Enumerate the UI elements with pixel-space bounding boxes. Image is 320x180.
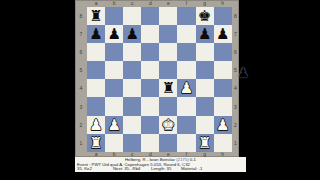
coord-rank-3: 3 xyxy=(75,97,87,115)
square-a3[interactable] xyxy=(87,97,105,115)
square-b2[interactable]: ♟ xyxy=(105,116,123,134)
piece-black-pawn[interactable]: ♟ xyxy=(216,25,229,43)
square-a5[interactable] xyxy=(87,61,105,79)
square-f5[interactable] xyxy=(177,61,195,79)
square-b7[interactable]: ♟ xyxy=(105,25,123,43)
square-h2[interactable]: ♟ xyxy=(214,116,232,134)
square-d7[interactable] xyxy=(141,25,159,43)
square-h1[interactable] xyxy=(214,134,232,152)
square-e2[interactable]: ♚ xyxy=(159,116,177,134)
square-e1[interactable] xyxy=(159,134,177,152)
square-e7[interactable] xyxy=(159,25,177,43)
piece-white-king[interactable]: ♚ xyxy=(162,116,175,134)
coord-rank-7: 7 xyxy=(232,25,239,43)
square-c8[interactable] xyxy=(123,7,141,25)
game-result: 0-1 xyxy=(190,157,196,162)
square-f2[interactable] xyxy=(177,116,195,134)
square-g3[interactable] xyxy=(196,97,214,115)
square-h6[interactable] xyxy=(214,43,232,61)
piece-black-rook[interactable]: ♜ xyxy=(162,79,175,97)
coord-rank-2: 2 xyxy=(232,116,239,134)
material-advantage-pawn-icon: ♟ xyxy=(237,65,249,81)
square-b4[interactable] xyxy=(105,79,123,97)
piece-black-pawn[interactable]: ♟ xyxy=(107,25,120,43)
square-f7[interactable] xyxy=(177,25,195,43)
square-g5[interactable] xyxy=(196,61,214,79)
chess-board: abcdefgh abcdefgh 87654321 87654321 ♜♚♟♟… xyxy=(75,0,239,157)
piece-black-pawn[interactable]: ♟ xyxy=(89,25,102,43)
square-h4[interactable] xyxy=(214,79,232,97)
coord-rank-4: 4 xyxy=(75,79,87,97)
coord-rank-3: 3 xyxy=(232,97,239,115)
square-g4[interactable] xyxy=(196,79,214,97)
square-c3[interactable] xyxy=(123,97,141,115)
square-c1[interactable] xyxy=(123,134,141,152)
square-h3[interactable] xyxy=(214,97,232,115)
piece-white-rook[interactable]: ♜ xyxy=(198,134,211,152)
material-balance: Material: -1 xyxy=(181,167,203,172)
piece-black-rook[interactable]: ♜ xyxy=(89,7,102,25)
coord-rank-4: 4 xyxy=(232,79,239,97)
coord-rank-8: 8 xyxy=(232,7,239,25)
square-a6[interactable] xyxy=(87,43,105,61)
square-g1[interactable]: ♜ xyxy=(196,134,214,152)
square-a1[interactable]: ♜ xyxy=(87,134,105,152)
square-f8[interactable] xyxy=(177,7,195,25)
coord-rank-6: 6 xyxy=(232,43,239,61)
square-e3[interactable] xyxy=(159,97,177,115)
square-h7[interactable]: ♟ xyxy=(214,25,232,43)
square-d2[interactable] xyxy=(141,116,159,134)
piece-white-pawn[interactable]: ♟ xyxy=(216,116,229,134)
square-g6[interactable] xyxy=(196,43,214,61)
square-d5[interactable] xyxy=(141,61,159,79)
square-d4[interactable] xyxy=(141,79,159,97)
next-move: Next: 35...Rb4 xyxy=(113,167,140,172)
square-b3[interactable] xyxy=(105,97,123,115)
coord-file-f: f xyxy=(177,0,195,7)
square-a4[interactable] xyxy=(87,79,105,97)
square-b8[interactable] xyxy=(105,7,123,25)
square-f1[interactable] xyxy=(177,134,195,152)
board-squares: ♜♚♟♟♟♟♟♜♟♟♟♚♟♜♜ xyxy=(87,7,232,152)
square-d3[interactable] xyxy=(141,97,159,115)
coord-file-d: d xyxy=(141,0,159,7)
square-d8[interactable] xyxy=(141,7,159,25)
piece-black-pawn[interactable]: ♟ xyxy=(198,25,211,43)
square-a8[interactable]: ♜ xyxy=(87,7,105,25)
square-c5[interactable] xyxy=(123,61,141,79)
coord-rank-5: 5 xyxy=(75,61,87,79)
square-g2[interactable] xyxy=(196,116,214,134)
square-c6[interactable] xyxy=(123,43,141,61)
piece-black-pawn[interactable]: ♟ xyxy=(126,25,139,43)
coord-file-c: c xyxy=(123,0,141,7)
square-g8[interactable]: ♚ xyxy=(196,7,214,25)
square-g7[interactable]: ♟ xyxy=(196,25,214,43)
file-labels-top: abcdefgh xyxy=(87,0,232,7)
rank-labels-left: 87654321 xyxy=(75,7,87,152)
coord-rank-1: 1 xyxy=(75,134,87,152)
square-h5[interactable] xyxy=(214,61,232,79)
coord-file-b: b xyxy=(105,0,123,7)
square-h8[interactable] xyxy=(214,7,232,25)
square-c2[interactable] xyxy=(123,116,141,134)
video-frame: abcdefgh abcdefgh 87654321 87654321 ♜♚♟♟… xyxy=(0,0,320,180)
piece-white-pawn[interactable]: ♟ xyxy=(89,116,102,134)
coord-rank-7: 7 xyxy=(75,25,87,43)
square-f6[interactable] xyxy=(177,43,195,61)
coord-file-a: a xyxy=(87,0,105,7)
square-f3[interactable] xyxy=(177,97,195,115)
square-f4[interactable]: ♟ xyxy=(177,79,195,97)
game-info-panel: Helberg, R - Iwan Borislav (2175) 0-1 Ev… xyxy=(75,157,246,172)
piece-white-pawn[interactable]: ♟ xyxy=(107,116,120,134)
square-a7[interactable]: ♟ xyxy=(87,25,105,43)
square-e6[interactable] xyxy=(159,43,177,61)
coord-rank-8: 8 xyxy=(75,7,87,25)
square-b5[interactable] xyxy=(105,61,123,79)
current-move: 35. Ke2 xyxy=(77,167,92,172)
coord-rank-1: 1 xyxy=(232,134,239,152)
piece-white-rook[interactable]: ♜ xyxy=(89,134,102,152)
square-c7[interactable]: ♟ xyxy=(123,25,141,43)
coord-rank-6: 6 xyxy=(75,43,87,61)
move-info-line: 35. Ke2 Next: 35...Rb4 Length: 35 Materi… xyxy=(75,167,246,172)
coord-file-g: g xyxy=(196,0,214,7)
square-b6[interactable] xyxy=(105,43,123,61)
game-length: Length: 35 xyxy=(151,167,171,172)
piece-white-pawn[interactable]: ♟ xyxy=(180,79,193,97)
coord-file-h: h xyxy=(214,0,232,7)
piece-black-king[interactable]: ♚ xyxy=(198,7,211,25)
square-a2[interactable]: ♟ xyxy=(87,116,105,134)
square-d6[interactable] xyxy=(141,43,159,61)
square-e4[interactable]: ♜ xyxy=(159,79,177,97)
square-e8[interactable] xyxy=(159,7,177,25)
coord-file-e: e xyxy=(159,0,177,7)
square-e5[interactable] xyxy=(159,61,177,79)
square-d1[interactable] xyxy=(141,134,159,152)
square-c4[interactable] xyxy=(123,79,141,97)
square-b1[interactable] xyxy=(105,134,123,152)
coord-rank-2: 2 xyxy=(75,116,87,134)
